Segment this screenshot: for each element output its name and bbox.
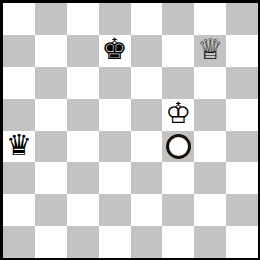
square-f2[interactable] xyxy=(162,194,194,226)
square-b8[interactable] xyxy=(35,3,67,35)
square-f7[interactable] xyxy=(162,35,194,67)
square-c1[interactable] xyxy=(67,226,99,258)
square-e6[interactable] xyxy=(131,67,163,99)
square-d2[interactable] xyxy=(99,194,131,226)
square-b3[interactable] xyxy=(35,162,67,194)
square-a5[interactable] xyxy=(3,99,35,131)
square-a4[interactable]: ♛ xyxy=(3,131,35,163)
square-c6[interactable] xyxy=(67,67,99,99)
piece-black-queen[interactable]: ♛ xyxy=(6,131,32,160)
square-c5[interactable] xyxy=(67,99,99,131)
square-a6[interactable] xyxy=(3,67,35,99)
piece-black-king[interactable]: ♚ xyxy=(102,35,128,64)
square-a2[interactable] xyxy=(3,194,35,226)
square-g8[interactable] xyxy=(194,3,226,35)
square-e3[interactable] xyxy=(131,162,163,194)
square-h1[interactable] xyxy=(226,226,258,258)
square-c3[interactable] xyxy=(67,162,99,194)
square-e2[interactable] xyxy=(131,194,163,226)
square-h7[interactable] xyxy=(226,35,258,67)
piece-white-queen[interactable]: ♕ xyxy=(197,35,223,64)
square-b6[interactable] xyxy=(35,67,67,99)
square-a1[interactable] xyxy=(3,226,35,258)
square-c4[interactable] xyxy=(67,131,99,163)
square-d3[interactable] xyxy=(99,162,131,194)
square-f1[interactable] xyxy=(162,226,194,258)
square-e5[interactable] xyxy=(131,99,163,131)
square-d4[interactable] xyxy=(99,131,131,163)
square-e8[interactable] xyxy=(131,3,163,35)
square-g6[interactable] xyxy=(194,67,226,99)
square-b1[interactable] xyxy=(35,226,67,258)
square-f8[interactable] xyxy=(162,3,194,35)
square-d5[interactable] xyxy=(99,99,131,131)
square-b2[interactable] xyxy=(35,194,67,226)
square-g2[interactable] xyxy=(194,194,226,226)
square-g5[interactable] xyxy=(194,99,226,131)
square-a7[interactable] xyxy=(3,35,35,67)
square-d1[interactable] xyxy=(99,226,131,258)
square-d6[interactable] xyxy=(99,67,131,99)
square-f4[interactable] xyxy=(162,131,194,163)
square-a8[interactable] xyxy=(3,3,35,35)
square-g1[interactable] xyxy=(194,226,226,258)
square-b7[interactable] xyxy=(35,35,67,67)
chess-diagram: ♚♕♔♛ xyxy=(0,0,260,260)
square-b4[interactable] xyxy=(35,131,67,163)
circle-marker xyxy=(166,134,191,159)
square-b5[interactable] xyxy=(35,99,67,131)
square-d8[interactable] xyxy=(99,3,131,35)
square-a3[interactable] xyxy=(3,162,35,194)
square-e7[interactable] xyxy=(131,35,163,67)
square-h2[interactable] xyxy=(226,194,258,226)
square-d7[interactable]: ♚ xyxy=(99,35,131,67)
square-h4[interactable] xyxy=(226,131,258,163)
square-f5[interactable]: ♔ xyxy=(162,99,194,131)
square-c8[interactable] xyxy=(67,3,99,35)
square-c7[interactable] xyxy=(67,35,99,67)
square-g4[interactable] xyxy=(194,131,226,163)
square-h6[interactable] xyxy=(226,67,258,99)
square-h8[interactable] xyxy=(226,3,258,35)
square-h5[interactable] xyxy=(226,99,258,131)
square-e1[interactable] xyxy=(131,226,163,258)
square-g7[interactable]: ♕ xyxy=(194,35,226,67)
square-f6[interactable] xyxy=(162,67,194,99)
chess-board: ♚♕♔♛ xyxy=(0,0,260,260)
square-e4[interactable] xyxy=(131,131,163,163)
square-h3[interactable] xyxy=(226,162,258,194)
piece-white-king[interactable]: ♔ xyxy=(165,99,191,128)
square-f3[interactable] xyxy=(162,162,194,194)
square-g3[interactable] xyxy=(194,162,226,194)
square-c2[interactable] xyxy=(67,194,99,226)
